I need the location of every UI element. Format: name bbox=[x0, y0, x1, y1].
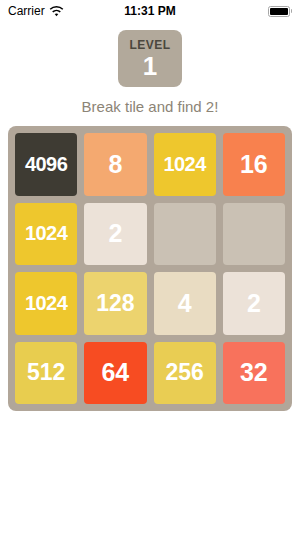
status-bar-left: Carrier bbox=[8, 4, 64, 18]
tile-1024-r3c1[interactable]: 1024 bbox=[15, 272, 77, 335]
tile-2-r2c2[interactable]: 2 bbox=[84, 203, 146, 266]
empty-cell-r2c4 bbox=[223, 203, 285, 266]
level-value: 1 bbox=[143, 52, 157, 80]
tile-32-r4c4[interactable]: 32 bbox=[223, 342, 285, 405]
wifi-icon bbox=[49, 6, 64, 17]
empty-cell-r2c3 bbox=[154, 203, 216, 266]
tile-1024-r1c3[interactable]: 1024 bbox=[154, 133, 216, 196]
tile-512-r4c1[interactable]: 512 bbox=[15, 342, 77, 405]
tile-2-r3c4[interactable]: 2 bbox=[223, 272, 285, 335]
tile-8-r1c2[interactable]: 8 bbox=[84, 133, 146, 196]
tile-128-r3c2[interactable]: 128 bbox=[84, 272, 146, 335]
tile-256-r4c3[interactable]: 256 bbox=[154, 342, 216, 405]
tile-4096-r1c1[interactable]: 4096 bbox=[15, 133, 77, 196]
carrier-label: Carrier bbox=[8, 4, 45, 18]
level-badge: LEVEL 1 bbox=[118, 30, 182, 87]
tile-16-r1c4[interactable]: 16 bbox=[223, 133, 285, 196]
game-board[interactable]: 40968102416102421024128425126425632 bbox=[8, 126, 292, 411]
status-bar: Carrier 11:31 PM bbox=[0, 0, 300, 20]
level-label: LEVEL bbox=[129, 38, 170, 52]
tile-1024-r2c1[interactable]: 1024 bbox=[15, 203, 77, 266]
instruction-text: Break tile and find 2! bbox=[0, 98, 300, 115]
tile-4-r3c3[interactable]: 4 bbox=[154, 272, 216, 335]
app-screen: Carrier 11:31 PM LEVEL 1 Break tile and … bbox=[0, 0, 300, 533]
tile-64-r4c2[interactable]: 64 bbox=[84, 342, 146, 405]
battery-icon bbox=[268, 6, 293, 17]
